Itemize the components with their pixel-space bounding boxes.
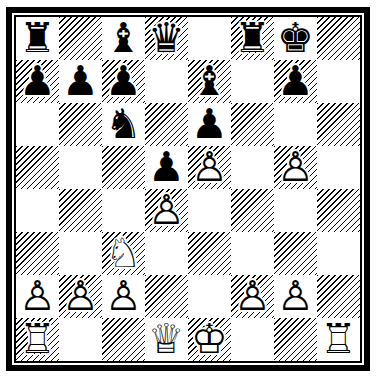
piece-fill-e1: ♚ bbox=[188, 318, 231, 361]
square-g3 bbox=[274, 232, 317, 275]
piece-d1-white-queen: ♕ bbox=[145, 318, 188, 361]
square-g4 bbox=[274, 189, 317, 232]
chess-diagram: ♜♜ ♝♝ ♛♛ ♜♜ ♚♚ ♟♟ ♟♟ ♟♟ ♝♝ ♟♟ ♞♞ bbox=[6, 7, 370, 371]
square-b7: ♟♟ bbox=[59, 60, 102, 103]
square-d2 bbox=[145, 275, 188, 318]
piece-fill-b2: ♟ bbox=[59, 275, 102, 318]
piece-fill-g5: ♟ bbox=[274, 146, 317, 189]
square-f2: ♟♙ bbox=[231, 275, 274, 318]
square-c7: ♟♟ bbox=[102, 60, 145, 103]
piece-b2-white-pawn: ♙ bbox=[59, 275, 102, 318]
square-f7 bbox=[231, 60, 274, 103]
piece-d8-black-queen: ♛ bbox=[145, 17, 188, 60]
square-d7 bbox=[145, 60, 188, 103]
square-b1 bbox=[59, 318, 102, 361]
square-c4 bbox=[102, 189, 145, 232]
piece-fill-c3: ♞ bbox=[102, 232, 145, 275]
square-a4 bbox=[16, 189, 59, 232]
piece-fill-e6: ♟ bbox=[188, 103, 231, 146]
square-h5 bbox=[317, 146, 360, 189]
square-h1: ♜♖ bbox=[317, 318, 360, 361]
piece-e7-black-bishop: ♝ bbox=[188, 60, 231, 103]
square-b5 bbox=[59, 146, 102, 189]
square-h7 bbox=[317, 60, 360, 103]
piece-fill-c2: ♟ bbox=[102, 275, 145, 318]
square-c5 bbox=[102, 146, 145, 189]
square-e1: ♚♔ bbox=[188, 318, 231, 361]
piece-e6-black-pawn: ♟ bbox=[188, 103, 231, 146]
square-d4: ♟♙ bbox=[145, 189, 188, 232]
piece-h1-white-rook: ♖ bbox=[317, 318, 360, 361]
piece-fill-c8: ♝ bbox=[102, 17, 145, 60]
square-c8: ♝♝ bbox=[102, 17, 145, 60]
piece-fill-a1: ♜ bbox=[16, 318, 59, 361]
piece-fill-f8: ♜ bbox=[231, 17, 274, 60]
square-a5 bbox=[16, 146, 59, 189]
square-f6 bbox=[231, 103, 274, 146]
piece-c7-black-pawn: ♟ bbox=[102, 60, 145, 103]
square-g5: ♟♙ bbox=[274, 146, 317, 189]
piece-fill-d8: ♛ bbox=[145, 17, 188, 60]
square-b4 bbox=[59, 189, 102, 232]
square-a2: ♟♙ bbox=[16, 275, 59, 318]
piece-g2-white-pawn: ♙ bbox=[274, 275, 317, 318]
piece-d4-white-pawn: ♙ bbox=[145, 189, 188, 232]
square-e8 bbox=[188, 17, 231, 60]
board-outer-frame: ♜♜ ♝♝ ♛♛ ♜♜ ♚♚ ♟♟ ♟♟ ♟♟ ♝♝ ♟♟ ♞♞ bbox=[6, 7, 370, 371]
piece-e1-white-king: ♔ bbox=[188, 318, 231, 361]
square-a7: ♟♟ bbox=[16, 60, 59, 103]
piece-g7-black-pawn: ♟ bbox=[274, 60, 317, 103]
square-d1: ♛♕ bbox=[145, 318, 188, 361]
square-c3: ♞♘ bbox=[102, 232, 145, 275]
square-h3 bbox=[317, 232, 360, 275]
square-c6: ♞♞ bbox=[102, 103, 145, 146]
square-e4 bbox=[188, 189, 231, 232]
piece-g8-black-king: ♚ bbox=[274, 17, 317, 60]
square-b3 bbox=[59, 232, 102, 275]
square-d6 bbox=[145, 103, 188, 146]
piece-fill-h1: ♜ bbox=[317, 318, 360, 361]
piece-fill-a8: ♜ bbox=[16, 17, 59, 60]
piece-fill-g8: ♚ bbox=[274, 17, 317, 60]
piece-fill-d1: ♛ bbox=[145, 318, 188, 361]
piece-fill-c6: ♞ bbox=[102, 103, 145, 146]
piece-fill-b7: ♟ bbox=[59, 60, 102, 103]
square-g8: ♚♚ bbox=[274, 17, 317, 60]
square-e2 bbox=[188, 275, 231, 318]
square-g1 bbox=[274, 318, 317, 361]
square-e7: ♝♝ bbox=[188, 60, 231, 103]
square-h4 bbox=[317, 189, 360, 232]
piece-fill-a2: ♟ bbox=[16, 275, 59, 318]
piece-fill-e7: ♝ bbox=[188, 60, 231, 103]
square-b2: ♟♙ bbox=[59, 275, 102, 318]
square-d5: ♟♟ bbox=[145, 146, 188, 189]
square-a3 bbox=[16, 232, 59, 275]
square-b6 bbox=[59, 103, 102, 146]
square-a1: ♜♖ bbox=[16, 318, 59, 361]
square-g6 bbox=[274, 103, 317, 146]
piece-c2-white-pawn: ♙ bbox=[102, 275, 145, 318]
square-f8: ♜♜ bbox=[231, 17, 274, 60]
piece-fill-a7: ♟ bbox=[16, 60, 59, 103]
piece-d5-black-pawn: ♟ bbox=[145, 146, 188, 189]
square-f5 bbox=[231, 146, 274, 189]
square-d8: ♛♛ bbox=[145, 17, 188, 60]
square-d3 bbox=[145, 232, 188, 275]
piece-fill-d5: ♟ bbox=[145, 146, 188, 189]
square-f1 bbox=[231, 318, 274, 361]
square-g7: ♟♟ bbox=[274, 60, 317, 103]
square-c1 bbox=[102, 318, 145, 361]
piece-a2-white-pawn: ♙ bbox=[16, 275, 59, 318]
square-b8 bbox=[59, 17, 102, 60]
piece-fill-c7: ♟ bbox=[102, 60, 145, 103]
square-e5: ♟♙ bbox=[188, 146, 231, 189]
piece-a1-white-rook: ♖ bbox=[16, 318, 59, 361]
piece-e5-white-pawn: ♙ bbox=[188, 146, 231, 189]
square-h6 bbox=[317, 103, 360, 146]
piece-a7-black-pawn: ♟ bbox=[16, 60, 59, 103]
square-f4 bbox=[231, 189, 274, 232]
piece-fill-d4: ♟ bbox=[145, 189, 188, 232]
piece-c3-white-knight: ♘ bbox=[102, 232, 145, 275]
chessboard: ♜♜ ♝♝ ♛♛ ♜♜ ♚♚ ♟♟ ♟♟ ♟♟ ♝♝ ♟♟ ♞♞ bbox=[16, 17, 360, 361]
square-a8: ♜♜ bbox=[16, 17, 59, 60]
piece-f8-black-rook: ♜ bbox=[231, 17, 274, 60]
piece-c8-black-bishop: ♝ bbox=[102, 17, 145, 60]
piece-fill-g7: ♟ bbox=[274, 60, 317, 103]
piece-b7-black-pawn: ♟ bbox=[59, 60, 102, 103]
piece-fill-g2: ♟ bbox=[274, 275, 317, 318]
square-f3 bbox=[231, 232, 274, 275]
piece-fill-f2: ♟ bbox=[231, 275, 274, 318]
square-h2 bbox=[317, 275, 360, 318]
piece-a8-black-rook: ♜ bbox=[16, 17, 59, 60]
piece-fill-e5: ♟ bbox=[188, 146, 231, 189]
square-c2: ♟♙ bbox=[102, 275, 145, 318]
piece-g5-white-pawn: ♙ bbox=[274, 146, 317, 189]
piece-c6-black-knight: ♞ bbox=[102, 103, 145, 146]
square-e3 bbox=[188, 232, 231, 275]
piece-f2-white-pawn: ♙ bbox=[231, 275, 274, 318]
square-g2: ♟♙ bbox=[274, 275, 317, 318]
square-e6: ♟♟ bbox=[188, 103, 231, 146]
square-h8 bbox=[317, 17, 360, 60]
board-inner-frame: ♜♜ ♝♝ ♛♛ ♜♜ ♚♚ ♟♟ ♟♟ ♟♟ ♝♝ ♟♟ ♞♞ bbox=[14, 15, 362, 363]
square-a6 bbox=[16, 103, 59, 146]
